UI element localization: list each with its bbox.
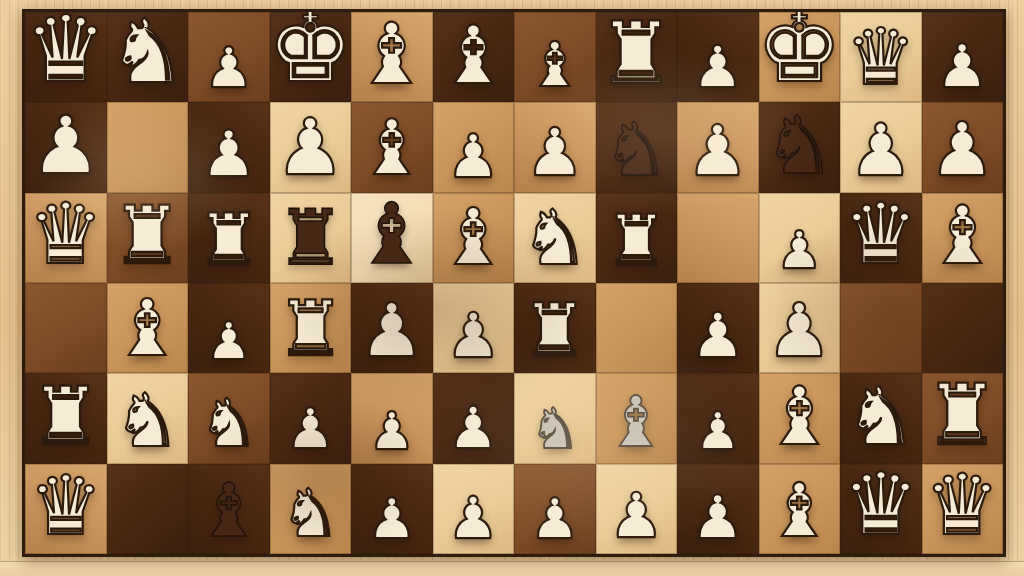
board-cell [25, 373, 107, 463]
board-cell [677, 12, 759, 102]
board-cell [596, 12, 678, 102]
board-cell [840, 373, 922, 463]
board-cell [25, 283, 107, 373]
board-cell [270, 283, 352, 373]
board-cell [188, 464, 270, 554]
board-cell [107, 102, 189, 192]
board-cell [25, 464, 107, 554]
board-cell [677, 464, 759, 554]
board-cell [351, 373, 433, 463]
board-cell [514, 373, 596, 463]
board-cell [433, 12, 515, 102]
board-cell [922, 283, 1004, 373]
board-cell [514, 102, 596, 192]
board-cell [922, 373, 1004, 463]
board-cell [25, 12, 107, 102]
board-cell [759, 464, 841, 554]
board-cell [922, 102, 1004, 192]
board-cell [840, 193, 922, 283]
board-cell [759, 102, 841, 192]
board-cell [433, 373, 515, 463]
board-cell [596, 464, 678, 554]
board-cell [188, 102, 270, 192]
board-cell [25, 193, 107, 283]
board-cell [188, 283, 270, 373]
board-cell [433, 193, 515, 283]
board-cell [759, 12, 841, 102]
frame-bottom-strip [0, 561, 1024, 576]
board-cell [270, 102, 352, 192]
board-cell [351, 12, 433, 102]
board-cell [107, 464, 189, 554]
board-cell [922, 193, 1004, 283]
board-cell [270, 193, 352, 283]
board-cell [759, 283, 841, 373]
board-cell [840, 12, 922, 102]
board-cell [514, 12, 596, 102]
board-cell [351, 464, 433, 554]
board-cell [107, 283, 189, 373]
board-cell [759, 193, 841, 283]
board-cell [351, 102, 433, 192]
board-cell [107, 12, 189, 102]
board-cell [677, 102, 759, 192]
board-cell [596, 102, 678, 192]
board-cell [514, 464, 596, 554]
board-cell [188, 193, 270, 283]
board-cell [840, 102, 922, 192]
board-cell [922, 464, 1004, 554]
board-cell [596, 193, 678, 283]
board-cell [188, 373, 270, 463]
board-cell [514, 193, 596, 283]
board-cell [351, 283, 433, 373]
board-cell [107, 373, 189, 463]
board-cell [840, 283, 922, 373]
board-cells [25, 12, 1003, 554]
board-cell [270, 12, 352, 102]
board-cell [514, 283, 596, 373]
board-cell [188, 12, 270, 102]
board-cell [759, 373, 841, 463]
board-cell [25, 102, 107, 192]
board-cell [922, 12, 1004, 102]
board-cell [433, 102, 515, 192]
board-cell [677, 373, 759, 463]
board-cell [351, 193, 433, 283]
chess-board: ♛♞♟♚♝♝♝♜♟♚♛♟♟♟♟♝♟♟♞♟♞♟♟♛♜♜♜♝♝♞♜♟♛♝♝♟♜♟♟♜… [22, 9, 1006, 557]
board-cell [596, 373, 678, 463]
board-cell [840, 464, 922, 554]
board-cell [270, 373, 352, 463]
board-cell [596, 283, 678, 373]
board-cell [677, 283, 759, 373]
board-cell [270, 464, 352, 554]
board-cell [433, 283, 515, 373]
board-cell [107, 193, 189, 283]
board-cell [433, 464, 515, 554]
board-cell [677, 193, 759, 283]
